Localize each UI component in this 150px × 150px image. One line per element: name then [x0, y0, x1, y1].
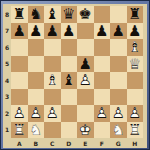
- piece-white-pawn[interactable]: ♟♙: [94, 105, 111, 122]
- square-b2[interactable]: ♟♙: [28, 105, 45, 122]
- square-e4[interactable]: ♟♙: [77, 72, 94, 89]
- square-d2[interactable]: [61, 105, 78, 122]
- square-c6[interactable]: [44, 39, 61, 56]
- piece-black-pawn[interactable]: ♟: [11, 23, 28, 40]
- square-c5[interactable]: [44, 56, 61, 73]
- piece-black-pawn[interactable]: ♟: [110, 23, 127, 40]
- square-d7[interactable]: ♟: [61, 23, 78, 40]
- square-g6[interactable]: [110, 39, 127, 56]
- square-g7[interactable]: ♟: [110, 23, 127, 40]
- rank-label: 6: [3, 39, 11, 56]
- board-frame: 87654321 ♜♞♝♛♚♜♟♟♟♟♟♟♟♝♗♟♛♕♝♗♝♟♙♟♙♟♙♟♙♟♙…: [0, 0, 150, 150]
- square-a7[interactable]: ♟: [11, 23, 28, 40]
- piece-black-bishop[interactable]: ♝: [61, 72, 78, 89]
- square-d5[interactable]: [61, 56, 78, 73]
- square-e2[interactable]: [77, 105, 94, 122]
- square-f6[interactable]: [94, 39, 111, 56]
- square-e1[interactable]: ♚♔: [77, 122, 94, 139]
- square-h7[interactable]: ♟: [127, 23, 144, 40]
- piece-white-knight[interactable]: ♞♘: [110, 122, 127, 139]
- piece-black-pawn[interactable]: ♟: [61, 23, 78, 40]
- piece-black-queen[interactable]: ♛: [61, 6, 78, 23]
- square-c8[interactable]: ♝: [44, 6, 61, 23]
- piece-white-pawn[interactable]: ♟♙: [77, 72, 94, 89]
- rank-label: 2: [3, 105, 11, 122]
- file-label: G: [110, 139, 127, 148]
- chess-board[interactable]: ♜♞♝♛♚♜♟♟♟♟♟♟♟♝♗♟♛♕♝♗♝♟♙♟♙♟♙♟♙♟♙♟♙♟♙♜♖♞♘♚…: [11, 6, 143, 138]
- piece-black-king[interactable]: ♚: [77, 6, 94, 23]
- rank-labels: 87654321: [3, 6, 11, 138]
- square-d6[interactable]: [61, 39, 78, 56]
- piece-black-pawn[interactable]: ♟: [77, 56, 94, 73]
- square-h3[interactable]: [127, 89, 144, 106]
- square-b5[interactable]: [28, 56, 45, 73]
- rank-label: 5: [3, 56, 11, 73]
- square-d4[interactable]: ♝: [61, 72, 78, 89]
- rank-label: 8: [3, 6, 11, 23]
- square-c1[interactable]: [44, 122, 61, 139]
- piece-white-pawn[interactable]: ♟♙: [110, 105, 127, 122]
- square-b6[interactable]: [28, 39, 45, 56]
- piece-black-rook[interactable]: ♜: [11, 6, 28, 23]
- piece-black-pawn[interactable]: ♟: [44, 23, 61, 40]
- square-a1[interactable]: ♜♖: [11, 122, 28, 139]
- square-e7[interactable]: [77, 23, 94, 40]
- square-e3[interactable]: [77, 89, 94, 106]
- piece-black-knight[interactable]: ♞: [28, 6, 45, 23]
- square-g8[interactable]: [110, 6, 127, 23]
- piece-black-pawn[interactable]: ♟: [94, 23, 111, 40]
- piece-white-knight[interactable]: ♞♘: [28, 122, 45, 139]
- square-b1[interactable]: ♞♘: [28, 122, 45, 139]
- piece-white-pawn[interactable]: ♟♙: [44, 105, 61, 122]
- file-label: F: [94, 139, 111, 148]
- file-label: D: [61, 139, 78, 148]
- piece-white-bishop[interactable]: ♝♗: [127, 39, 144, 56]
- piece-white-rook[interactable]: ♜♖: [127, 122, 144, 139]
- square-h5[interactable]: ♛♕: [127, 56, 144, 73]
- square-b8[interactable]: ♞: [28, 6, 45, 23]
- file-label: B: [28, 139, 45, 148]
- square-f5[interactable]: [94, 56, 111, 73]
- square-a3[interactable]: [11, 89, 28, 106]
- square-g3[interactable]: [110, 89, 127, 106]
- square-a5[interactable]: [11, 56, 28, 73]
- square-h2[interactable]: ♟♙: [127, 105, 144, 122]
- file-label: H: [127, 139, 144, 148]
- square-h4[interactable]: [127, 72, 144, 89]
- file-label: E: [77, 139, 94, 148]
- square-e6[interactable]: [77, 39, 94, 56]
- rank-label: 4: [3, 72, 11, 89]
- file-labels: ABCDEFGH: [11, 139, 143, 148]
- rank-label: 3: [3, 89, 11, 106]
- square-d3[interactable]: [61, 89, 78, 106]
- square-b3[interactable]: [28, 89, 45, 106]
- square-c3[interactable]: [44, 89, 61, 106]
- piece-white-rook[interactable]: ♜♖: [11, 122, 28, 139]
- square-g4[interactable]: [110, 72, 127, 89]
- square-a6[interactable]: [11, 39, 28, 56]
- piece-black-rook[interactable]: ♜: [127, 6, 144, 23]
- square-f8[interactable]: [94, 6, 111, 23]
- piece-white-king[interactable]: ♚♔: [77, 122, 94, 139]
- square-f1[interactable]: [94, 122, 111, 139]
- board-margin: 87654321 ♜♞♝♛♚♜♟♟♟♟♟♟♟♝♗♟♛♕♝♗♝♟♙♟♙♟♙♟♙♟♙…: [3, 4, 147, 148]
- square-b4[interactable]: [28, 72, 45, 89]
- piece-black-bishop[interactable]: ♝: [44, 6, 61, 23]
- piece-white-queen[interactable]: ♛♕: [127, 56, 144, 73]
- piece-black-pawn[interactable]: ♟: [127, 23, 144, 40]
- square-g5[interactable]: [110, 56, 127, 73]
- square-c4[interactable]: ♝♗: [44, 72, 61, 89]
- rank-label: 1: [3, 122, 11, 139]
- piece-white-pawn[interactable]: ♟♙: [11, 105, 28, 122]
- square-a2[interactable]: ♟♙: [11, 105, 28, 122]
- square-h6[interactable]: ♝♗: [127, 39, 144, 56]
- square-b7[interactable]: ♟: [28, 23, 45, 40]
- file-label: A: [11, 139, 28, 148]
- square-f2[interactable]: ♟♙: [94, 105, 111, 122]
- piece-white-pawn[interactable]: ♟♙: [127, 105, 144, 122]
- piece-white-bishop[interactable]: ♝♗: [44, 72, 61, 89]
- square-e8[interactable]: ♚: [77, 6, 94, 23]
- square-h8[interactable]: ♜: [127, 6, 144, 23]
- square-f3[interactable]: [94, 89, 111, 106]
- square-f7[interactable]: ♟: [94, 23, 111, 40]
- file-label: C: [44, 139, 61, 148]
- rank-label: 7: [3, 23, 11, 40]
- piece-black-pawn[interactable]: ♟: [28, 23, 45, 40]
- square-d1[interactable]: [61, 122, 78, 139]
- square-a8[interactable]: ♜: [11, 6, 28, 23]
- square-c2[interactable]: ♟♙: [44, 105, 61, 122]
- square-e5[interactable]: ♟: [77, 56, 94, 73]
- square-a4[interactable]: [11, 72, 28, 89]
- square-g2[interactable]: ♟♙: [110, 105, 127, 122]
- piece-white-pawn[interactable]: ♟♙: [28, 105, 45, 122]
- square-h1[interactable]: ♜♖: [127, 122, 144, 139]
- square-c7[interactable]: ♟: [44, 23, 61, 40]
- square-d8[interactable]: ♛: [61, 6, 78, 23]
- square-f4[interactable]: [94, 72, 111, 89]
- square-g1[interactable]: ♞♘: [110, 122, 127, 139]
